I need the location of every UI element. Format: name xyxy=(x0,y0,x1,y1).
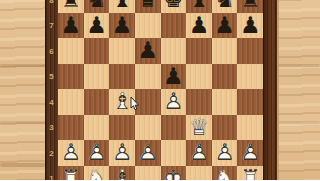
rank-label-2: 2 xyxy=(45,148,58,157)
piece-white-pawn[interactable]: ♟♙ xyxy=(109,140,135,166)
piece-white-bishop[interactable]: ♝♗ xyxy=(109,166,135,181)
rank-label-5: 5 xyxy=(45,72,58,81)
square-e2[interactable] xyxy=(161,140,187,166)
piece-black-queen[interactable]: ♛ xyxy=(137,0,158,11)
square-b1[interactable]: ♞♘ xyxy=(84,166,110,181)
piece-outline: ♗ xyxy=(109,166,135,181)
square-e3[interactable] xyxy=(161,115,187,141)
rank-label-4: 4 xyxy=(45,97,58,106)
rank-label-3: 3 xyxy=(45,123,58,132)
square-h2[interactable]: ♟♙ xyxy=(237,140,263,166)
board-frame-right xyxy=(263,0,277,180)
square-h7[interactable]: ♟ xyxy=(237,13,263,39)
square-g6[interactable] xyxy=(212,38,238,64)
mouse-cursor xyxy=(130,97,139,111)
square-g3[interactable] xyxy=(212,115,238,141)
square-a2[interactable]: ♟♙ xyxy=(58,140,84,166)
square-d1[interactable] xyxy=(135,166,161,181)
piece-white-pawn[interactable]: ♟♙ xyxy=(186,140,212,166)
piece-black-pawn[interactable]: ♟ xyxy=(214,14,235,37)
rank-label-7: 7 xyxy=(45,21,58,30)
square-h4[interactable] xyxy=(237,89,263,115)
piece-black-pawn[interactable]: ♟ xyxy=(61,14,82,37)
square-d7[interactable] xyxy=(135,13,161,39)
square-b4[interactable] xyxy=(84,89,110,115)
piece-outline: ♙ xyxy=(58,140,84,166)
piece-white-rook[interactable]: ♜♖ xyxy=(237,166,263,181)
square-e7[interactable] xyxy=(161,13,187,39)
square-b5[interactable] xyxy=(84,64,110,90)
piece-outline: ♙ xyxy=(161,89,187,115)
square-g2[interactable]: ♟♙ xyxy=(212,140,238,166)
square-c2[interactable]: ♟♙ xyxy=(109,140,135,166)
square-f1[interactable] xyxy=(186,166,212,181)
square-d3[interactable] xyxy=(135,115,161,141)
piece-white-knight[interactable]: ♞♘ xyxy=(84,166,110,181)
piece-outline: ♙ xyxy=(84,140,110,166)
square-b6[interactable] xyxy=(84,38,110,64)
square-e4[interactable]: ♟♙ xyxy=(161,89,187,115)
piece-black-rook[interactable]: ♜ xyxy=(240,0,261,11)
piece-white-pawn[interactable]: ♟♙ xyxy=(84,140,110,166)
square-h5[interactable] xyxy=(237,64,263,90)
piece-outline: ♖ xyxy=(58,166,84,181)
square-f5[interactable] xyxy=(186,64,212,90)
piece-black-pawn[interactable]: ♟ xyxy=(112,14,133,37)
square-a5[interactable] xyxy=(58,64,84,90)
square-d5[interactable] xyxy=(135,64,161,90)
square-g8[interactable]: ♞ xyxy=(212,0,238,13)
square-c3[interactable] xyxy=(109,115,135,141)
square-c1[interactable]: ♝♗ xyxy=(109,166,135,181)
square-c8[interactable]: ♝ xyxy=(109,0,135,13)
piece-black-pawn[interactable]: ♟ xyxy=(240,14,261,37)
piece-white-queen[interactable]: ♛♕ xyxy=(186,115,212,141)
chess-board[interactable]: ♜♞♝♛♚♝♞♜♟♟♟♟♟♟♟♟♝♗♟♙♛♕♟♙♟♙♟♙♟♙♟♙♟♙♟♙♜♖♞♘… xyxy=(58,0,263,180)
square-b8[interactable]: ♞ xyxy=(84,0,110,13)
square-f4[interactable] xyxy=(186,89,212,115)
piece-black-bishop[interactable]: ♝ xyxy=(189,0,210,11)
piece-white-king[interactable]: ♚♔ xyxy=(161,166,187,181)
piece-outline: ♙ xyxy=(135,140,161,166)
square-h8[interactable]: ♜ xyxy=(237,0,263,13)
piece-white-knight[interactable]: ♞♘ xyxy=(212,166,238,181)
square-a8[interactable]: ♜ xyxy=(58,0,84,13)
square-g4[interactable] xyxy=(212,89,238,115)
piece-outline: ♘ xyxy=(84,166,110,181)
square-h6[interactable] xyxy=(237,38,263,64)
piece-black-bishop[interactable]: ♝ xyxy=(112,0,133,11)
square-a4[interactable] xyxy=(58,89,84,115)
rank-label-1: 1 xyxy=(45,174,58,180)
square-b3[interactable] xyxy=(84,115,110,141)
rank-label-8: 8 xyxy=(45,0,58,4)
square-c5[interactable] xyxy=(109,64,135,90)
square-h1[interactable]: ♜♖ xyxy=(237,166,263,181)
piece-outline: ♙ xyxy=(212,140,238,166)
square-f6[interactable] xyxy=(186,38,212,64)
square-e5[interactable]: ♟ xyxy=(161,64,187,90)
square-a7[interactable]: ♟ xyxy=(58,13,84,39)
piece-outline: ♘ xyxy=(212,166,238,181)
square-a1[interactable]: ♜♖ xyxy=(58,166,84,181)
piece-white-pawn[interactable]: ♟♙ xyxy=(135,140,161,166)
chess-app-window: 87654321 ♜♞♝♛♚♝♞♜♟♟♟♟♟♟♟♟♝♗♟♙♛♕♟♙♟♙♟♙♟♙♟… xyxy=(0,0,320,180)
piece-black-pawn[interactable]: ♟ xyxy=(163,65,184,88)
rank-label-6: 6 xyxy=(45,46,58,55)
piece-white-rook[interactable]: ♜♖ xyxy=(58,166,84,181)
square-a3[interactable] xyxy=(58,115,84,141)
piece-outline: ♙ xyxy=(237,140,263,166)
piece-outline: ♖ xyxy=(237,166,263,181)
square-f7[interactable]: ♟ xyxy=(186,13,212,39)
piece-black-knight[interactable]: ♞ xyxy=(86,0,107,11)
square-b7[interactable]: ♟ xyxy=(84,13,110,39)
square-f2[interactable]: ♟♙ xyxy=(186,140,212,166)
square-c7[interactable]: ♟ xyxy=(109,13,135,39)
piece-outline: ♔ xyxy=(161,166,187,181)
square-d8[interactable]: ♛ xyxy=(135,0,161,13)
square-d6[interactable]: ♟ xyxy=(135,38,161,64)
square-e8[interactable]: ♚ xyxy=(161,0,187,13)
square-g1[interactable]: ♞♘ xyxy=(212,166,238,181)
square-a6[interactable] xyxy=(58,38,84,64)
piece-black-rook[interactable]: ♜ xyxy=(61,0,82,11)
piece-black-pawn[interactable]: ♟ xyxy=(189,14,210,37)
square-d2[interactable]: ♟♙ xyxy=(135,140,161,166)
square-f8[interactable]: ♝ xyxy=(186,0,212,13)
piece-white-pawn[interactable]: ♟♙ xyxy=(58,140,84,166)
piece-black-pawn[interactable]: ♟ xyxy=(137,39,158,62)
piece-black-pawn[interactable]: ♟ xyxy=(86,14,107,37)
piece-outline: ♕ xyxy=(186,115,212,141)
board-frame-right-highlight xyxy=(277,0,279,180)
square-c6[interactable] xyxy=(109,38,135,64)
piece-black-knight[interactable]: ♞ xyxy=(214,0,235,11)
piece-outline: ♙ xyxy=(186,140,212,166)
piece-white-pawn[interactable]: ♟♙ xyxy=(161,89,187,115)
square-e1[interactable]: ♚♔ xyxy=(161,166,187,181)
piece-white-pawn[interactable]: ♟♙ xyxy=(237,140,263,166)
piece-white-pawn[interactable]: ♟♙ xyxy=(212,140,238,166)
square-e6[interactable] xyxy=(161,38,187,64)
piece-black-king[interactable]: ♚ xyxy=(163,0,184,11)
square-b2[interactable]: ♟♙ xyxy=(84,140,110,166)
square-g5[interactable] xyxy=(212,64,238,90)
square-h3[interactable] xyxy=(237,115,263,141)
piece-outline: ♙ xyxy=(109,140,135,166)
square-f3[interactable]: ♛♕ xyxy=(186,115,212,141)
wood-grain-streak xyxy=(0,163,46,167)
square-g7[interactable]: ♟ xyxy=(212,13,238,39)
